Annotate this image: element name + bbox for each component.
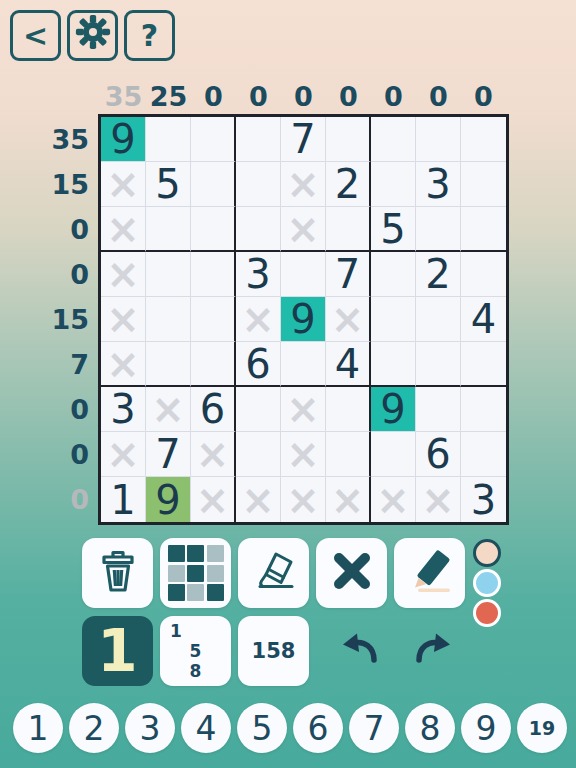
cell-r7c7[interactable]: 9 [371, 387, 416, 432]
cell-r1c3[interactable] [191, 117, 236, 162]
numpad: 12345678919 [13, 703, 567, 753]
col-clue-6: 0 [326, 81, 371, 112]
cell-r6c9[interactable] [461, 342, 506, 387]
back-button[interactable]: < [10, 10, 61, 61]
cell-r9c9[interactable]: 3 [461, 477, 506, 522]
cell-r3c1[interactable]: × [101, 207, 146, 252]
question-icon: ? [141, 18, 158, 53]
num-button-4[interactable]: 4 [181, 703, 231, 753]
cell-r6c8[interactable] [416, 342, 461, 387]
cell-r9c8[interactable]: × [416, 477, 461, 522]
trash-button[interactable] [82, 538, 153, 608]
corner-mark-8: 8 [190, 661, 202, 681]
cell-r9c7[interactable]: × [371, 477, 416, 522]
cell-r6c3[interactable] [191, 342, 236, 387]
gear-icon [75, 14, 111, 57]
num-button-3[interactable]: 3 [125, 703, 175, 753]
cell-r5c9[interactable]: 4 [461, 297, 506, 342]
trash-icon [98, 549, 138, 597]
grid-pattern-square-1 [168, 545, 185, 562]
cell-r6c5[interactable] [281, 342, 326, 387]
cell-r4c9[interactable] [461, 252, 506, 297]
column-clues: 35250000000 [101, 78, 509, 114]
cell-r8c6[interactable] [326, 432, 371, 477]
num-button-8[interactable]: 8 [405, 703, 455, 753]
cell-r2c5[interactable]: × [281, 162, 326, 207]
num-button-2[interactable]: 2 [69, 703, 119, 753]
center-marks-label: 158 [252, 639, 296, 663]
settings-button[interactable] [67, 10, 118, 61]
grid-pattern-square-8 [187, 584, 204, 601]
grid-pattern-square-3 [207, 545, 224, 562]
cell-r3c3[interactable] [191, 207, 236, 252]
clear-cross-button[interactable] [316, 538, 387, 608]
eraser-icon [251, 551, 297, 595]
grid-pattern-square-2 [187, 545, 204, 562]
back-icon: < [23, 18, 48, 53]
cell-r7c5[interactable]: × [281, 387, 326, 432]
cell-r4c6[interactable]: 7 [326, 252, 371, 297]
help-button[interactable]: ? [124, 10, 175, 61]
cell-r7c9[interactable] [461, 387, 506, 432]
corner-mark-5: 5 [190, 641, 202, 661]
cell-r8c9[interactable] [461, 432, 506, 477]
cell-r2c1[interactable]: × [101, 162, 146, 207]
cell-r7c1[interactable]: 3 [101, 387, 146, 432]
top-toolbar: < [10, 10, 175, 61]
color-dot-peach[interactable] [473, 539, 501, 567]
cell-r4c2[interactable] [146, 252, 191, 297]
sudoku-grid: 97×5×23××5×372××9×4×643×6×9×7××619××××××… [98, 114, 509, 525]
cell-r9c2[interactable]: 9 [146, 477, 191, 522]
eraser-button[interactable] [238, 538, 309, 608]
cell-r4c8[interactable]: 2 [416, 252, 461, 297]
pencil-button[interactable] [394, 538, 465, 608]
cross-icon [331, 550, 373, 596]
redo-icon [413, 632, 453, 670]
col-clue-9: 0 [461, 81, 506, 112]
entry-row: 1 158 158 [82, 616, 453, 686]
tools-row [82, 538, 465, 608]
cell-r1c1[interactable]: 9 [101, 117, 146, 162]
pencil-icon [406, 548, 454, 598]
cell-r6c7[interactable] [371, 342, 416, 387]
row-clue-3: 0 [55, 207, 98, 252]
row-clue-7: 0 [55, 387, 98, 432]
cell-r6c6[interactable]: 4 [326, 342, 371, 387]
cell-r5c7[interactable] [371, 297, 416, 342]
row-clue-6: 7 [55, 342, 98, 387]
row-clue-2: 15 [55, 162, 98, 207]
cell-r5c6[interactable]: × [326, 297, 371, 342]
cell-r8c5[interactable]: × [281, 432, 326, 477]
corner-mark-1: 1 [170, 621, 182, 641]
cell-r5c3[interactable] [191, 297, 236, 342]
undo-button[interactable] [340, 632, 380, 670]
grid-pattern-square-9 [207, 584, 224, 601]
row-clue-9: 0 [55, 477, 98, 522]
cell-r1c4[interactable] [236, 117, 281, 162]
digit-mode-button[interactable]: 1 [82, 616, 153, 686]
cell-r7c8[interactable] [416, 387, 461, 432]
cell-r5c1[interactable]: × [101, 297, 146, 342]
sandwich-sudoku-board: 35250000000 351500157000 97×5×23××5×372×… [55, 78, 509, 525]
cell-r2c2[interactable]: 5 [146, 162, 191, 207]
cell-r7c4[interactable] [236, 387, 281, 432]
cell-r4c4[interactable]: 3 [236, 252, 281, 297]
cell-r2c7[interactable] [371, 162, 416, 207]
num-button-6[interactable]: 6 [293, 703, 343, 753]
grid-pattern-square-7 [168, 584, 185, 601]
cell-r2c9[interactable] [461, 162, 506, 207]
cell-r5c8[interactable] [416, 297, 461, 342]
col-clue-3: 0 [191, 81, 236, 112]
center-marks-button[interactable]: 158 [238, 616, 309, 686]
row-clue-4: 0 [55, 252, 98, 297]
grid-pattern-square-4 [168, 565, 185, 582]
cell-r8c7[interactable] [371, 432, 416, 477]
col-clue-7: 0 [371, 81, 416, 112]
col-clue-1: 35 [101, 81, 146, 112]
cell-r3c7[interactable]: 5 [371, 207, 416, 252]
cell-r4c5[interactable] [281, 252, 326, 297]
cell-r6c4[interactable]: 6 [236, 342, 281, 387]
cell-r3c8[interactable] [416, 207, 461, 252]
cell-r5c5[interactable]: 9 [281, 297, 326, 342]
row-clue-1: 35 [55, 117, 98, 162]
cell-r1c2[interactable] [146, 117, 191, 162]
cell-r6c2[interactable] [146, 342, 191, 387]
cell-r3c6[interactable] [326, 207, 371, 252]
cell-r2c6[interactable]: 2 [326, 162, 371, 207]
cell-r1c6[interactable] [326, 117, 371, 162]
cell-r4c3[interactable] [191, 252, 236, 297]
remaining-count: 19 [517, 703, 567, 753]
cell-r9c5[interactable]: × [281, 477, 326, 522]
col-clue-4: 0 [236, 81, 281, 112]
cell-r8c3[interactable]: × [191, 432, 236, 477]
num-button-1[interactable]: 1 [13, 703, 63, 753]
corner-marks-button[interactable]: 158 [160, 616, 231, 686]
cell-r2c8[interactable]: 3 [416, 162, 461, 207]
cell-r4c1[interactable]: × [101, 252, 146, 297]
cell-r9c3[interactable]: × [191, 477, 236, 522]
cell-r8c2[interactable]: 7 [146, 432, 191, 477]
redo-button[interactable] [413, 632, 453, 670]
cell-r2c3[interactable] [191, 162, 236, 207]
cell-r8c1[interactable]: × [101, 432, 146, 477]
color-dots [473, 539, 501, 627]
cell-r7c6[interactable] [326, 387, 371, 432]
color-dot-red[interactable] [473, 599, 501, 627]
cell-r9c1[interactable]: 1 [101, 477, 146, 522]
undo-icon [340, 632, 380, 670]
row-clues: 351500157000 [55, 114, 98, 525]
color-dot-blue[interactable] [473, 569, 501, 597]
cell-r3c5[interactable]: × [281, 207, 326, 252]
cell-r8c8[interactable]: 6 [416, 432, 461, 477]
col-clue-5: 0 [281, 81, 326, 112]
cell-r9c4[interactable]: × [236, 477, 281, 522]
cell-r6c1[interactable]: × [101, 342, 146, 387]
cell-r7c2[interactable]: × [146, 387, 191, 432]
row-clue-5: 15 [55, 297, 98, 342]
cell-r1c8[interactable] [416, 117, 461, 162]
cell-r5c2[interactable] [146, 297, 191, 342]
cell-r1c7[interactable] [371, 117, 416, 162]
grid-pattern-square-5 [187, 565, 204, 582]
cell-r8c4[interactable] [236, 432, 281, 477]
pattern-button[interactable] [160, 538, 231, 608]
cell-r4c7[interactable] [371, 252, 416, 297]
num-button-5[interactable]: 5 [237, 703, 287, 753]
cell-r1c5[interactable]: 7 [281, 117, 326, 162]
grid-pattern-icon [168, 545, 224, 601]
grid-pattern-square-6 [207, 565, 224, 582]
col-clue-8: 0 [416, 81, 461, 112]
cell-r3c4[interactable] [236, 207, 281, 252]
cell-r3c2[interactable] [146, 207, 191, 252]
big-digit-label: 1 [97, 617, 137, 685]
cell-r7c3[interactable]: 6 [191, 387, 236, 432]
num-button-7[interactable]: 7 [349, 703, 399, 753]
cell-r2c4[interactable] [236, 162, 281, 207]
cell-r1c9[interactable] [461, 117, 506, 162]
row-clue-8: 0 [55, 432, 98, 477]
col-clue-2: 25 [146, 81, 191, 112]
cell-r3c9[interactable] [461, 207, 506, 252]
num-button-9[interactable]: 9 [461, 703, 511, 753]
cell-r9c6[interactable]: × [326, 477, 371, 522]
cell-r5c4[interactable]: × [236, 297, 281, 342]
